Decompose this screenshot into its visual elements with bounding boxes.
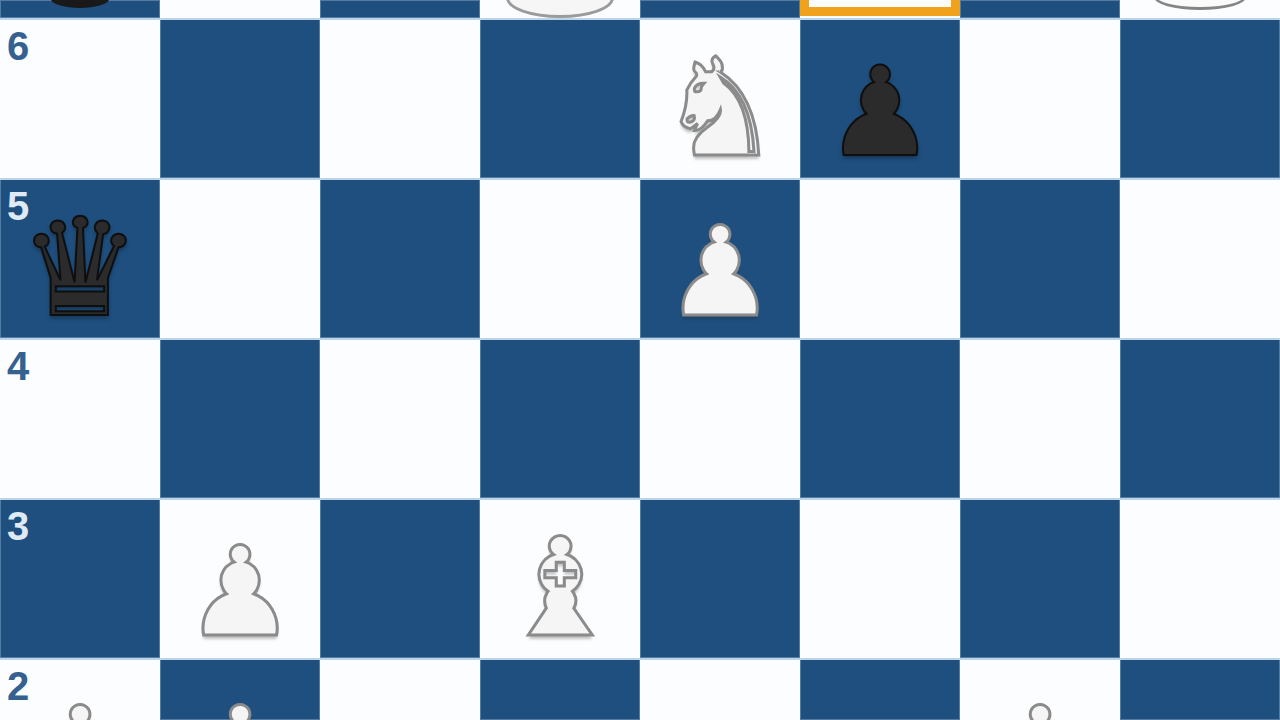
square-e6[interactable]: ♞ [640, 18, 800, 178]
piece-white-knight-e6[interactable]: ♞ [640, 28, 800, 178]
highlight-square-f7 [800, 0, 960, 16]
rank-row-7 [0, 0, 1280, 18]
square-d3[interactable]: ♝ [480, 498, 640, 658]
square-c2[interactable] [320, 658, 480, 720]
square-d6[interactable] [480, 18, 640, 178]
partial-piece-black-a7[interactable] [51, 0, 109, 8]
square-e3[interactable] [640, 498, 800, 658]
rank-row-6: 6♞♟ [0, 18, 1280, 178]
rank-row-2: 2♟♟♟ [0, 658, 1280, 720]
square-c3[interactable] [320, 498, 480, 658]
square-c6[interactable] [320, 18, 480, 178]
rank-label-2: 2 [7, 666, 29, 706]
square-a2[interactable]: 2♟ [0, 658, 160, 720]
square-d7[interactable] [480, 0, 640, 18]
square-a6[interactable]: 6 [0, 18, 160, 178]
rank-row-5: 5♛♟ [0, 178, 1280, 338]
square-h6[interactable] [1120, 18, 1280, 178]
square-b4[interactable] [160, 338, 320, 498]
square-c4[interactable] [320, 338, 480, 498]
square-f5[interactable] [800, 178, 960, 338]
square-f7[interactable] [800, 0, 960, 18]
piece-white-pawn-b3[interactable]: ♟ [160, 512, 320, 658]
square-h2[interactable] [1120, 658, 1280, 720]
square-e5[interactable]: ♟ [640, 178, 800, 338]
square-g4[interactable] [960, 338, 1120, 498]
square-a5[interactable]: 5♛ [0, 178, 160, 338]
piece-white-bishop-d3[interactable]: ♝ [480, 508, 640, 658]
partial-piece-white-h7[interactable] [1154, 0, 1246, 10]
square-g5[interactable] [960, 178, 1120, 338]
square-h5[interactable] [1120, 178, 1280, 338]
piece-white-pawn-g2[interactable]: ♟ [960, 672, 1120, 720]
rank-row-3: 3♟♝ [0, 498, 1280, 658]
square-g7[interactable] [960, 0, 1120, 18]
square-g2[interactable]: ♟ [960, 658, 1120, 720]
piece-white-pawn-b2[interactable]: ♟ [160, 672, 320, 720]
square-f4[interactable] [800, 338, 960, 498]
square-e2[interactable] [640, 658, 800, 720]
square-b2[interactable]: ♟ [160, 658, 320, 720]
square-h4[interactable] [1120, 338, 1280, 498]
square-c5[interactable] [320, 178, 480, 338]
piece-white-pawn-e5[interactable]: ♟ [640, 192, 800, 338]
square-d4[interactable] [480, 338, 640, 498]
square-d2[interactable] [480, 658, 640, 720]
square-h7[interactable] [1120, 0, 1280, 18]
square-f2[interactable] [800, 658, 960, 720]
square-a3[interactable]: 3 [0, 498, 160, 658]
square-a4[interactable]: 4 [0, 338, 160, 498]
rank-label-4: 4 [7, 346, 29, 386]
rank-label-3: 3 [7, 506, 29, 546]
square-e4[interactable] [640, 338, 800, 498]
square-g6[interactable] [960, 18, 1120, 178]
square-f3[interactable] [800, 498, 960, 658]
piece-black-pawn-f6[interactable]: ♟ [800, 32, 960, 178]
square-b6[interactable] [160, 18, 320, 178]
square-g3[interactable] [960, 498, 1120, 658]
square-b5[interactable] [160, 178, 320, 338]
rank-row-4: 4 [0, 338, 1280, 498]
square-d5[interactable] [480, 178, 640, 338]
chess-board: 6♞♟5♛♟43♟♝2♟♟♟ [0, 0, 1280, 720]
square-f6[interactable]: ♟ [800, 18, 960, 178]
square-b7[interactable] [160, 0, 320, 18]
square-b3[interactable]: ♟ [160, 498, 320, 658]
rank-label-6: 6 [7, 26, 29, 66]
square-c7[interactable] [320, 0, 480, 18]
rank-label-5: 5 [7, 186, 29, 226]
square-e7[interactable] [640, 0, 800, 18]
square-h3[interactable] [1120, 498, 1280, 658]
partial-piece-white-d7[interactable] [506, 0, 614, 18]
square-a7[interactable] [0, 0, 160, 18]
